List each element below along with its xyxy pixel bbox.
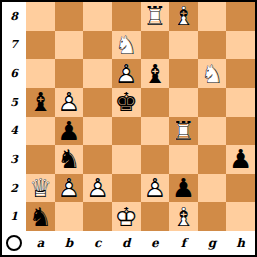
rank-label-4: 4 bbox=[2, 117, 26, 146]
piece-outline-glyph: ♙ bbox=[57, 173, 80, 203]
piece-white-knight-d7: ♞♘ bbox=[115, 32, 138, 58]
square-d3[interactable] bbox=[112, 145, 141, 174]
move-indicator-corner bbox=[2, 231, 26, 255]
square-f8[interactable]: ♝♗ bbox=[169, 2, 198, 31]
piece-outline-glyph: ♗ bbox=[172, 202, 195, 232]
square-c2[interactable]: ♟♙ bbox=[83, 174, 112, 203]
file-label-c: c bbox=[83, 231, 112, 255]
piece-black-pawn-b4: ♟ bbox=[57, 118, 80, 144]
piece-white-bishop-f8: ♝♗ bbox=[172, 3, 195, 29]
square-e2[interactable]: ♟♙ bbox=[141, 174, 170, 203]
square-h6[interactable] bbox=[226, 59, 255, 88]
square-f5[interactable] bbox=[169, 88, 198, 117]
square-f6[interactable] bbox=[169, 59, 198, 88]
square-h8[interactable] bbox=[226, 2, 255, 31]
file-labels: abcdefgh bbox=[26, 231, 255, 255]
rank-label-7: 7 bbox=[2, 31, 26, 60]
square-b6[interactable] bbox=[55, 59, 84, 88]
chess-board: ♜♖♝♗♞♘♟♙♝♞♘♝♟♙♚♟♜♖♞♟♛♕♟♙♟♙♟♙♟♞♚♔♝♗ bbox=[26, 2, 255, 231]
piece-white-bishop-f1: ♝♗ bbox=[172, 204, 195, 230]
chess-diagram: 87654321 ♜♖♝♗♞♘♟♙♝♞♘♝♟♙♚♟♜♖♞♟♛♕♟♙♟♙♟♙♟♞♚… bbox=[0, 0, 257, 257]
file-label-h: h bbox=[226, 231, 255, 255]
square-c6[interactable] bbox=[83, 59, 112, 88]
square-h7[interactable] bbox=[226, 31, 255, 60]
piece-black-pawn-h3: ♟ bbox=[229, 146, 252, 172]
square-h5[interactable] bbox=[226, 88, 255, 117]
square-g8[interactable] bbox=[198, 2, 227, 31]
square-a2[interactable]: ♛♕ bbox=[26, 174, 55, 203]
square-f4[interactable]: ♜♖ bbox=[169, 117, 198, 146]
rank-label-8: 8 bbox=[2, 2, 26, 31]
piece-outline-glyph: ♖ bbox=[143, 1, 166, 31]
square-f7[interactable] bbox=[169, 31, 198, 60]
square-a1[interactable]: ♞ bbox=[26, 202, 55, 231]
square-d6[interactable]: ♟♙ bbox=[112, 59, 141, 88]
file-label-a: a bbox=[26, 231, 55, 255]
square-a5[interactable]: ♝ bbox=[26, 88, 55, 117]
square-g5[interactable] bbox=[198, 88, 227, 117]
square-f3[interactable] bbox=[169, 145, 198, 174]
square-g6[interactable]: ♞♘ bbox=[198, 59, 227, 88]
square-d2[interactable] bbox=[112, 174, 141, 203]
piece-white-pawn-c2: ♟♙ bbox=[86, 175, 109, 201]
rank-labels: 87654321 bbox=[2, 2, 26, 231]
piece-outline-glyph: ♔ bbox=[115, 202, 138, 232]
square-d7[interactable]: ♞♘ bbox=[112, 31, 141, 60]
square-e6[interactable]: ♝ bbox=[141, 59, 170, 88]
piece-black-bishop-e6: ♝ bbox=[143, 61, 166, 87]
piece-white-rook-e8: ♜♖ bbox=[143, 3, 166, 29]
piece-black-knight-b3: ♞ bbox=[57, 146, 80, 172]
square-c7[interactable] bbox=[83, 31, 112, 60]
square-h4[interactable] bbox=[226, 117, 255, 146]
square-a4[interactable] bbox=[26, 117, 55, 146]
square-c5[interactable] bbox=[83, 88, 112, 117]
piece-white-king-d1: ♚♔ bbox=[115, 204, 138, 230]
file-label-b: b bbox=[55, 231, 84, 255]
rank-label-6: 6 bbox=[2, 59, 26, 88]
piece-white-pawn-e2: ♟♙ bbox=[143, 175, 166, 201]
piece-white-pawn-d6: ♟♙ bbox=[115, 61, 138, 87]
square-b5[interactable]: ♟♙ bbox=[55, 88, 84, 117]
square-d5[interactable]: ♚ bbox=[112, 88, 141, 117]
piece-outline-glyph: ♙ bbox=[115, 59, 138, 89]
rank-label-2: 2 bbox=[2, 174, 26, 203]
square-g3[interactable] bbox=[198, 145, 227, 174]
piece-outline-glyph: ♗ bbox=[172, 1, 195, 31]
square-b8[interactable] bbox=[55, 2, 84, 31]
square-b3[interactable]: ♞ bbox=[55, 145, 84, 174]
square-f1[interactable]: ♝♗ bbox=[169, 202, 198, 231]
piece-outline-glyph: ♘ bbox=[115, 30, 138, 60]
square-g7[interactable] bbox=[198, 31, 227, 60]
piece-outline-glyph: ♕ bbox=[29, 173, 52, 203]
piece-outline-glyph: ♖ bbox=[172, 116, 195, 146]
square-e3[interactable] bbox=[141, 145, 170, 174]
square-e7[interactable] bbox=[141, 31, 170, 60]
file-label-e: e bbox=[141, 231, 170, 255]
square-d8[interactable] bbox=[112, 2, 141, 31]
square-c1[interactable] bbox=[83, 202, 112, 231]
file-label-g: g bbox=[198, 231, 227, 255]
piece-outline-glyph: ♙ bbox=[57, 87, 80, 117]
piece-white-queen-a2: ♛♕ bbox=[29, 175, 52, 201]
square-b1[interactable] bbox=[55, 202, 84, 231]
file-label-f: f bbox=[169, 231, 198, 255]
square-g1[interactable] bbox=[198, 202, 227, 231]
piece-black-knight-a1: ♞ bbox=[29, 204, 52, 230]
square-e4[interactable] bbox=[141, 117, 170, 146]
square-c3[interactable] bbox=[83, 145, 112, 174]
square-b7[interactable] bbox=[55, 31, 84, 60]
square-b4[interactable]: ♟ bbox=[55, 117, 84, 146]
square-g4[interactable] bbox=[198, 117, 227, 146]
square-e1[interactable] bbox=[141, 202, 170, 231]
piece-outline-glyph: ♙ bbox=[143, 173, 166, 203]
square-e8[interactable]: ♜♖ bbox=[141, 2, 170, 31]
piece-white-knight-g6: ♞♘ bbox=[200, 61, 223, 87]
square-b2[interactable]: ♟♙ bbox=[55, 174, 84, 203]
piece-white-rook-f4: ♜♖ bbox=[172, 118, 195, 144]
rank-label-5: 5 bbox=[2, 88, 26, 117]
square-g2[interactable] bbox=[198, 174, 227, 203]
square-a3[interactable] bbox=[26, 145, 55, 174]
piece-outline-glyph: ♘ bbox=[200, 59, 223, 89]
square-h3[interactable]: ♟ bbox=[226, 145, 255, 174]
piece-white-pawn-b2: ♟♙ bbox=[57, 175, 80, 201]
square-e5[interactable] bbox=[141, 88, 170, 117]
rank-label-3: 3 bbox=[2, 145, 26, 174]
square-d4[interactable] bbox=[112, 117, 141, 146]
square-c4[interactable] bbox=[83, 117, 112, 146]
square-a6[interactable] bbox=[26, 59, 55, 88]
piece-black-bishop-a5: ♝ bbox=[29, 89, 52, 115]
piece-white-pawn-b5: ♟♙ bbox=[57, 89, 80, 115]
piece-black-pawn-f2: ♟ bbox=[172, 175, 195, 201]
side-to-move-indicator bbox=[6, 235, 22, 251]
square-h2[interactable] bbox=[226, 174, 255, 203]
square-a8[interactable] bbox=[26, 2, 55, 31]
piece-black-king-d5: ♚ bbox=[115, 89, 138, 115]
rank-label-1: 1 bbox=[2, 202, 26, 231]
piece-outline-glyph: ♙ bbox=[86, 173, 109, 203]
square-c8[interactable] bbox=[83, 2, 112, 31]
square-a7[interactable] bbox=[26, 31, 55, 60]
square-d1[interactable]: ♚♔ bbox=[112, 202, 141, 231]
square-f2[interactable]: ♟ bbox=[169, 174, 198, 203]
file-label-d: d bbox=[112, 231, 141, 255]
square-h1[interactable] bbox=[226, 202, 255, 231]
